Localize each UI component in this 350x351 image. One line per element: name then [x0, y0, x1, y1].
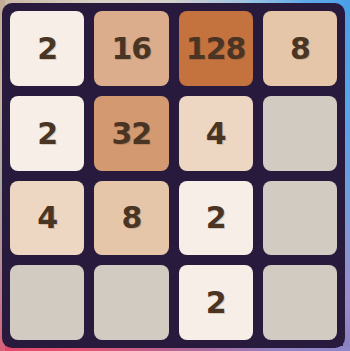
tile-2-r1c1: 2 — [10, 11, 84, 86]
tile-8-r3c2: 8 — [94, 181, 168, 256]
tile-128-r1c3: 128 — [179, 11, 253, 86]
empty-cell-r4c4 — [263, 265, 337, 340]
empty-cell-r2c4 — [263, 96, 337, 171]
tile-4-r2c3: 4 — [179, 96, 253, 171]
tile-8-r1c4: 8 — [263, 11, 337, 86]
tile-4-r3c1: 4 — [10, 181, 84, 256]
tile-2-r2c1: 2 — [10, 96, 84, 171]
empty-cell-r4c2 — [94, 265, 168, 340]
game-screen: 216128823244822 — [0, 0, 350, 351]
tile-2-r3c3: 2 — [179, 181, 253, 256]
2048-board[interactable]: 216128823244822 — [2, 3, 345, 348]
empty-cell-r4c1 — [10, 265, 84, 340]
tile-32-r2c2: 32 — [94, 96, 168, 171]
empty-cell-r3c4 — [263, 181, 337, 256]
tile-16-r1c2: 16 — [94, 11, 168, 86]
tile-2-r4c3: 2 — [179, 265, 253, 340]
